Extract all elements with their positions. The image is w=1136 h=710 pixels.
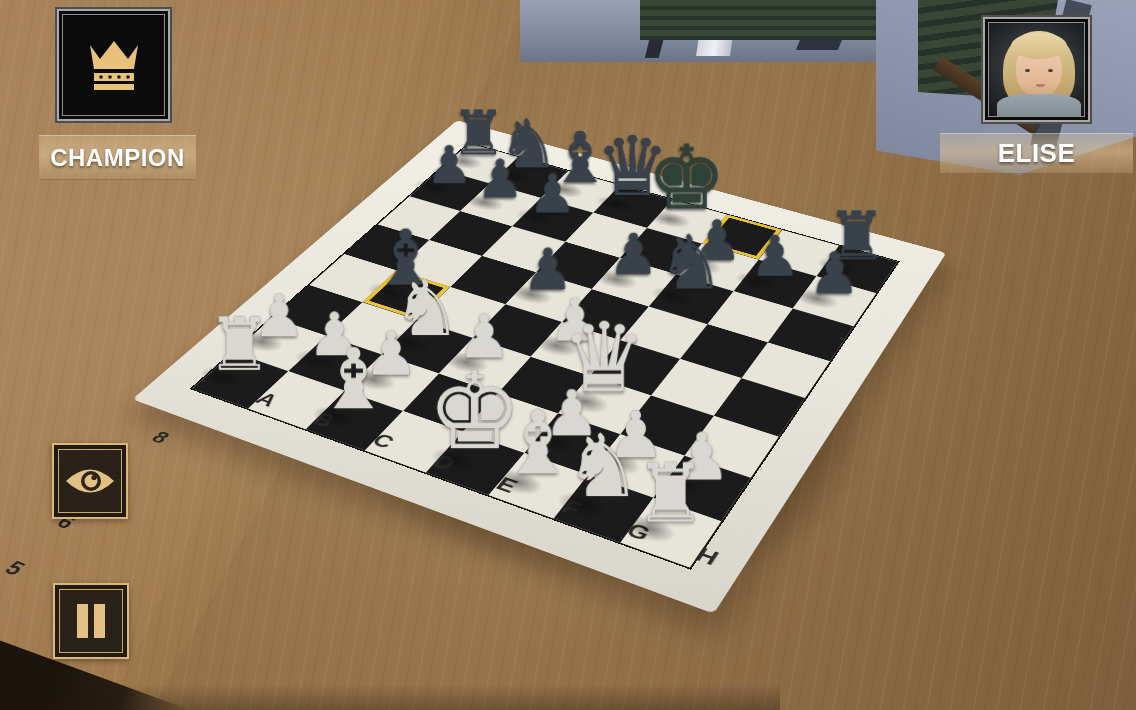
black-player-label: ELISE [998,138,1076,169]
white-rook-h1[interactable]: ♜ [633,452,706,533]
black-pawn-c7[interactable]: ♟ [528,167,576,221]
game-scene: ♜♞♝♛♚♜♟♟♟♟♟♟♟♞♟♝♟♞♟♛♟♟♟♟♟♟♜♝♚♝♞♜ ABCDEFG… [0,0,1136,710]
pause-button[interactable] [53,583,129,659]
view-button[interactable] [52,443,128,519]
white-player-badge [57,9,170,121]
white-rook-a1[interactable]: ♜ [206,308,272,381]
eye-icon [64,464,116,498]
black-pawn-h7[interactable]: ♟ [808,245,859,302]
avatar-photo [989,23,1084,116]
black-player-name: ELISE [940,133,1133,174]
white-knight-g1[interactable]: ♞ [564,423,642,510]
black-pawn-g7[interactable]: ♟ [749,229,800,285]
pause-icon [74,602,108,640]
white-player-label: CHAMPION [50,144,185,172]
black-knight-f6[interactable]: ♞ [657,225,724,300]
square-h6[interactable] [768,308,854,361]
square-c1[interactable]: ♝ [306,391,403,451]
black-pawn-e6[interactable]: ♟ [608,227,658,283]
white-bishop-c1[interactable]: ♝ [315,338,390,422]
black-pawn-a7[interactable]: ♟ [425,139,472,191]
crown-icon [59,11,168,119]
black-pawn-b7[interactable]: ♟ [476,153,523,206]
black-player-badge [983,17,1090,122]
square-h5[interactable] [742,342,830,398]
green-chair-back [640,0,890,40]
white-player-name: CHAMPION [39,135,196,180]
table-front-shade [0,684,780,710]
